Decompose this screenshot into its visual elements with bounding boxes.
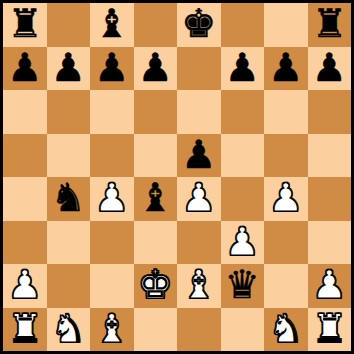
square-e2[interactable]: ♝ bbox=[177, 264, 221, 308]
square-f5[interactable] bbox=[221, 134, 265, 178]
square-f3[interactable]: ♟ bbox=[221, 221, 265, 265]
square-b4[interactable]: ♞ bbox=[47, 177, 91, 221]
black-pawn[interactable]: ♟ bbox=[51, 48, 86, 87]
black-rook[interactable]: ♜ bbox=[312, 4, 347, 43]
square-g8[interactable] bbox=[264, 3, 308, 47]
white-bishop[interactable]: ♝ bbox=[181, 265, 216, 304]
square-c3[interactable] bbox=[90, 221, 134, 265]
white-pawn[interactable]: ♟ bbox=[268, 178, 303, 217]
black-queen[interactable]: ♛ bbox=[225, 265, 260, 304]
square-b6[interactable] bbox=[47, 90, 91, 134]
black-pawn[interactable]: ♟ bbox=[94, 48, 129, 87]
white-knight[interactable]: ♞ bbox=[51, 309, 86, 348]
square-a7[interactable]: ♟ bbox=[3, 47, 47, 91]
square-e4[interactable]: ♟ bbox=[177, 177, 221, 221]
square-b5[interactable] bbox=[47, 134, 91, 178]
square-a8[interactable]: ♜ bbox=[3, 3, 47, 47]
white-bishop[interactable]: ♝ bbox=[94, 309, 129, 348]
square-b7[interactable]: ♟ bbox=[47, 47, 91, 91]
white-rook[interactable]: ♜ bbox=[7, 309, 42, 348]
square-c8[interactable]: ♝ bbox=[90, 3, 134, 47]
square-d5[interactable] bbox=[134, 134, 178, 178]
square-g5[interactable] bbox=[264, 134, 308, 178]
square-b2[interactable] bbox=[47, 264, 91, 308]
square-g1[interactable]: ♞ bbox=[264, 308, 308, 352]
square-c4[interactable]: ♟ bbox=[90, 177, 134, 221]
square-e7[interactable] bbox=[177, 47, 221, 91]
chess-board-frame: ♜♝♚♜♟♟♟♟♟♟♟♟♞♟♝♟♟♟♟♚♝♛♟♜♞♝♞♜ bbox=[0, 0, 354, 354]
square-g7[interactable]: ♟ bbox=[264, 47, 308, 91]
square-a5[interactable] bbox=[3, 134, 47, 178]
white-pawn[interactable]: ♟ bbox=[94, 178, 129, 217]
white-king[interactable]: ♚ bbox=[138, 265, 173, 304]
white-pawn[interactable]: ♟ bbox=[225, 222, 260, 261]
square-c6[interactable] bbox=[90, 90, 134, 134]
black-pawn[interactable]: ♟ bbox=[268, 48, 303, 87]
black-pawn[interactable]: ♟ bbox=[181, 135, 216, 174]
square-d1[interactable] bbox=[134, 308, 178, 352]
black-knight[interactable]: ♞ bbox=[51, 178, 86, 217]
square-h7[interactable]: ♟ bbox=[308, 47, 352, 91]
square-a3[interactable] bbox=[3, 221, 47, 265]
square-d3[interactable] bbox=[134, 221, 178, 265]
square-d8[interactable] bbox=[134, 3, 178, 47]
square-f7[interactable]: ♟ bbox=[221, 47, 265, 91]
white-rook[interactable]: ♜ bbox=[312, 309, 347, 348]
square-a6[interactable] bbox=[3, 90, 47, 134]
square-d4[interactable]: ♝ bbox=[134, 177, 178, 221]
black-pawn[interactable]: ♟ bbox=[225, 48, 260, 87]
square-h5[interactable] bbox=[308, 134, 352, 178]
square-f6[interactable] bbox=[221, 90, 265, 134]
black-pawn[interactable]: ♟ bbox=[7, 48, 42, 87]
square-h4[interactable] bbox=[308, 177, 352, 221]
white-pawn[interactable]: ♟ bbox=[7, 265, 42, 304]
square-d6[interactable] bbox=[134, 90, 178, 134]
square-g3[interactable] bbox=[264, 221, 308, 265]
square-c1[interactable]: ♝ bbox=[90, 308, 134, 352]
square-h6[interactable] bbox=[308, 90, 352, 134]
square-c2[interactable] bbox=[90, 264, 134, 308]
black-bishop[interactable]: ♝ bbox=[94, 4, 129, 43]
chess-board: ♜♝♚♜♟♟♟♟♟♟♟♟♞♟♝♟♟♟♟♚♝♛♟♜♞♝♞♜ bbox=[3, 3, 351, 351]
square-b8[interactable] bbox=[47, 3, 91, 47]
square-c5[interactable] bbox=[90, 134, 134, 178]
square-e3[interactable] bbox=[177, 221, 221, 265]
square-a2[interactable]: ♟ bbox=[3, 264, 47, 308]
white-pawn[interactable]: ♟ bbox=[312, 265, 347, 304]
square-b1[interactable]: ♞ bbox=[47, 308, 91, 352]
square-c7[interactable]: ♟ bbox=[90, 47, 134, 91]
square-e1[interactable] bbox=[177, 308, 221, 352]
black-rook[interactable]: ♜ bbox=[7, 4, 42, 43]
black-bishop[interactable]: ♝ bbox=[138, 178, 173, 217]
square-g2[interactable] bbox=[264, 264, 308, 308]
square-h8[interactable]: ♜ bbox=[308, 3, 352, 47]
white-pawn[interactable]: ♟ bbox=[181, 178, 216, 217]
square-e8[interactable]: ♚ bbox=[177, 3, 221, 47]
square-g4[interactable]: ♟ bbox=[264, 177, 308, 221]
black-king[interactable]: ♚ bbox=[181, 4, 216, 43]
square-f2[interactable]: ♛ bbox=[221, 264, 265, 308]
square-b3[interactable] bbox=[47, 221, 91, 265]
square-d7[interactable]: ♟ bbox=[134, 47, 178, 91]
square-g6[interactable] bbox=[264, 90, 308, 134]
square-e5[interactable]: ♟ bbox=[177, 134, 221, 178]
black-pawn[interactable]: ♟ bbox=[138, 48, 173, 87]
black-pawn[interactable]: ♟ bbox=[312, 48, 347, 87]
square-h2[interactable]: ♟ bbox=[308, 264, 352, 308]
square-a4[interactable] bbox=[3, 177, 47, 221]
square-f8[interactable] bbox=[221, 3, 265, 47]
square-h1[interactable]: ♜ bbox=[308, 308, 352, 352]
white-knight[interactable]: ♞ bbox=[268, 309, 303, 348]
square-f4[interactable] bbox=[221, 177, 265, 221]
square-d2[interactable]: ♚ bbox=[134, 264, 178, 308]
square-a1[interactable]: ♜ bbox=[3, 308, 47, 352]
square-h3[interactable] bbox=[308, 221, 352, 265]
square-f1[interactable] bbox=[221, 308, 265, 352]
square-e6[interactable] bbox=[177, 90, 221, 134]
